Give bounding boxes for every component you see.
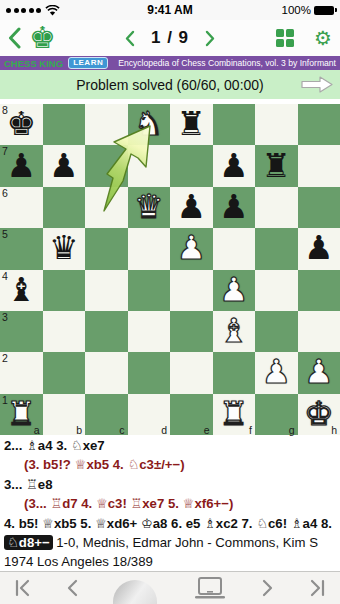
square-h6[interactable]	[298, 187, 340, 228]
file-label-d: d	[161, 424, 167, 436]
file-label-g: g	[289, 424, 295, 436]
square-b1[interactable]: b	[43, 394, 86, 435]
piece-black-king: ♚	[6, 107, 36, 140]
square-a5[interactable]: 5	[0, 228, 43, 269]
square-f4[interactable]: ♟	[213, 270, 256, 311]
problem-counter: 1 / 9	[151, 28, 189, 48]
square-b5[interactable]: ♛	[43, 228, 86, 269]
square-d7[interactable]	[128, 145, 171, 186]
piece-white-rook: ♜	[219, 397, 249, 430]
square-g5[interactable]	[255, 228, 298, 269]
square-e5[interactable]: ♟	[170, 228, 213, 269]
piece-black-pawn: ♟	[219, 149, 249, 182]
mainline-move-line[interactable]: 3... ♖e8	[4, 475, 336, 494]
square-d1[interactable]: d	[128, 394, 171, 435]
app-window: 9:41 AM 100% ♚ 1 / 9 ⚙ CHESS	[0, 0, 340, 604]
square-a1[interactable]: 1a♜	[0, 394, 43, 435]
square-e3[interactable]	[170, 311, 213, 352]
square-b6[interactable]	[43, 187, 86, 228]
battery-indicator: 100%	[282, 4, 334, 16]
square-h2[interactable]: ♟	[298, 352, 340, 393]
piece-white-bishop: ♝	[219, 314, 249, 347]
square-g4[interactable]	[255, 270, 298, 311]
square-c8[interactable]	[85, 104, 128, 145]
last-move-button[interactable]	[309, 579, 326, 597]
chess-board: 8♚♞♜7♟♟♟♜6♛♟♟5♛♟♟4♝♟3♝2♟♟1a♜bcdef♜gh♚	[0, 104, 340, 435]
square-e1[interactable]: e	[170, 394, 213, 435]
piece-white-pawn: ♟	[261, 355, 291, 388]
square-f1[interactable]: f♜	[213, 394, 256, 435]
mainline-move-line[interactable]: 2... ♗a4 3. ♘xe7	[4, 436, 336, 455]
square-h7[interactable]	[298, 145, 340, 186]
move-text[interactable]: 3... ♖e8	[4, 477, 52, 492]
piece-black-pawn: ♟	[304, 231, 334, 264]
piece-black-pawn: ♟	[219, 190, 249, 223]
square-h3[interactable]	[298, 311, 340, 352]
square-g2[interactable]: ♟	[255, 352, 298, 393]
square-h5[interactable]: ♟	[298, 228, 340, 269]
piece-white-knight: ♞	[134, 107, 164, 140]
square-a7[interactable]: 7♟	[0, 145, 43, 186]
file-label-b: b	[76, 424, 82, 436]
battery-icon	[314, 6, 334, 15]
piece-white-rook: ♜	[6, 397, 36, 430]
learn-badge: LEARN	[68, 57, 108, 69]
playback-toolbar	[0, 571, 340, 604]
square-c2[interactable]	[85, 352, 128, 393]
file-label-f: f	[249, 424, 252, 436]
square-d6[interactable]: ♛	[128, 187, 171, 228]
file-label-e: e	[204, 424, 210, 436]
square-d4[interactable]	[128, 270, 171, 311]
square-e6[interactable]: ♟	[170, 187, 213, 228]
move-notation-panel: 2... ♗a4 3. ♘xe7(3. b5!? ♕xb5 4. ♘c3±/+−…	[0, 435, 340, 571]
square-e2[interactable]	[170, 352, 213, 393]
square-b7[interactable]: ♟	[43, 145, 86, 186]
piece-white-pawn: ♟	[219, 273, 249, 306]
square-f8[interactable]	[213, 104, 256, 145]
nav-bar: ♚ 1 / 9 ⚙	[0, 20, 340, 56]
engine-gauge-icon[interactable]	[113, 580, 157, 604]
square-a6[interactable]: 6	[0, 187, 43, 228]
status-bar: 9:41 AM 100%	[0, 0, 340, 20]
course-title: Encyclopedia of Chess Combinations, vol.…	[118, 58, 336, 68]
square-c1[interactable]: c	[85, 394, 128, 435]
square-f7[interactable]: ♟	[213, 145, 256, 186]
problem-list-grid-icon[interactable]	[276, 29, 294, 47]
piece-black-rook: ♜	[176, 107, 206, 140]
square-a4[interactable]: 4♝	[0, 270, 43, 311]
move-text[interactable]: 4. b5! ♕xb5 5. ♕xd6+ ♔a8 6. e5 ♗xc2 7. ♘…	[4, 516, 332, 531]
rank-label-5: 5	[2, 228, 8, 240]
square-b3[interactable]	[43, 311, 86, 352]
signal-strength	[6, 5, 60, 16]
piece-white-pawn: ♟	[176, 231, 206, 264]
piece-black-bishop: ♝	[6, 273, 36, 306]
rank-label-2: 2	[2, 352, 8, 364]
square-g6[interactable]	[255, 187, 298, 228]
next-step-arrow-icon[interactable]	[300, 75, 334, 94]
square-b4[interactable]	[43, 270, 86, 311]
first-move-button[interactable]	[14, 579, 31, 597]
square-g8[interactable]	[255, 104, 298, 145]
square-f3[interactable]: ♝	[213, 311, 256, 352]
piece-white-queen: ♛	[134, 190, 164, 223]
square-f5[interactable]	[213, 228, 256, 269]
square-g3[interactable]	[255, 311, 298, 352]
move-text[interactable]: (3. b5!? ♕xb5 4. ♘c3±/+−)	[24, 457, 185, 472]
square-f6[interactable]: ♟	[213, 187, 256, 228]
square-c5[interactable]	[85, 228, 128, 269]
chess-king-logo-icon[interactable]: ♚	[29, 23, 56, 53]
next-problem-icon[interactable]	[205, 30, 215, 47]
move-text[interactable]: 2... ♗a4 3. ♘xe7	[4, 438, 105, 453]
file-label-c: c	[119, 424, 124, 436]
variation-line[interactable]: (3. b5!? ♕xb5 4. ♘c3±/+−)	[4, 455, 336, 474]
brand-name: CHESS KING	[4, 58, 63, 69]
square-d5[interactable]	[128, 228, 171, 269]
settings-gear-icon[interactable]: ⚙	[314, 28, 332, 48]
next-move-button[interactable]	[262, 579, 274, 597]
square-d3[interactable]	[128, 311, 171, 352]
wifi-icon	[45, 5, 60, 16]
piece-white-pawn: ♟	[304, 355, 334, 388]
square-c3[interactable]	[85, 311, 128, 352]
signal-dots-icon	[6, 8, 41, 13]
square-h4[interactable]	[298, 270, 340, 311]
back-chevron-icon[interactable]	[8, 27, 21, 49]
problem-status-bar: Problem solved (60/60, 00:00)	[0, 70, 340, 99]
square-a3[interactable]: 3	[0, 311, 43, 352]
square-c7[interactable]	[85, 145, 128, 186]
move-text[interactable]: (3... ♖d7 4. ♕c3! ♖xe7 5. ♕xf6+−)	[24, 496, 233, 511]
square-b8[interactable]	[43, 104, 86, 145]
square-f2[interactable]	[213, 352, 256, 393]
piece-black-rook: ♜	[261, 149, 291, 182]
current-move-highlight[interactable]: ♘d8+−	[4, 535, 53, 550]
square-e8[interactable]: ♜	[170, 104, 213, 145]
square-d2[interactable]	[128, 352, 171, 393]
square-c6[interactable]	[85, 187, 128, 228]
piece-black-pawn: ♟	[6, 149, 36, 182]
variation-line[interactable]: (3... ♖d7 4. ♕c3! ♖xe7 5. ♕xf6+−)	[4, 494, 336, 513]
piece-black-pawn: ♟	[176, 190, 206, 223]
piece-white-king: ♚	[304, 397, 334, 430]
square-e7[interactable]	[170, 145, 213, 186]
square-c4[interactable]	[85, 270, 128, 311]
previous-move-button[interactable]	[66, 579, 78, 597]
square-b2[interactable]	[43, 352, 86, 393]
computer-analysis-button[interactable]	[193, 576, 227, 601]
square-g1[interactable]: g	[255, 394, 298, 435]
rank-label-6: 6	[2, 187, 8, 199]
square-a8[interactable]: 8♚	[0, 104, 43, 145]
rank-label-3: 3	[2, 311, 8, 323]
mainline-move-line[interactable]: 4. b5! ♕xb5 5. ♕xd6+ ♔a8 6. e5 ♗xc2 7. ♘…	[4, 514, 336, 571]
square-a2[interactable]: 2	[0, 352, 43, 393]
problem-status-text: Problem solved (60/60, 00:00)	[76, 77, 264, 93]
square-d8[interactable]: ♞	[128, 104, 171, 145]
square-e4[interactable]	[170, 270, 213, 311]
piece-black-pawn: ♟	[49, 149, 79, 182]
square-h8[interactable]	[298, 104, 340, 145]
brand-banner[interactable]: CHESS KING LEARN Encyclopedia of Chess C…	[0, 56, 340, 70]
square-g7[interactable]: ♜	[255, 145, 298, 186]
piece-black-queen: ♛	[49, 231, 79, 264]
previous-problem-icon[interactable]	[125, 30, 135, 47]
battery-percent: 100%	[282, 4, 311, 16]
square-h1[interactable]: h♚	[298, 394, 340, 435]
